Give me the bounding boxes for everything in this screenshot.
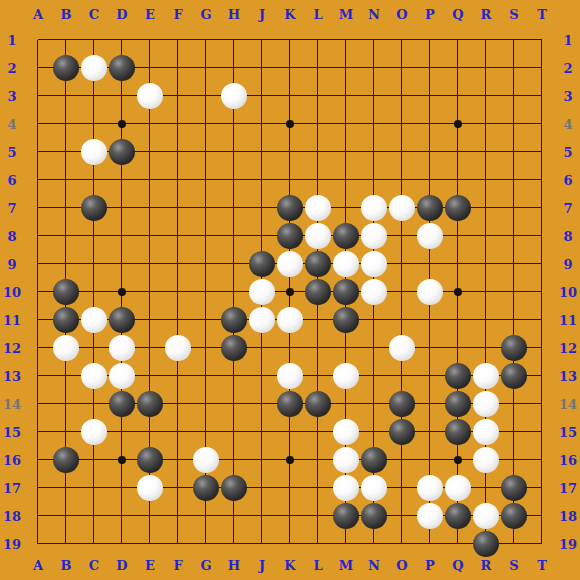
board-cell[interactable] bbox=[472, 306, 500, 334]
board-cell[interactable] bbox=[528, 110, 556, 138]
board-cell[interactable] bbox=[80, 334, 108, 362]
board-cell[interactable] bbox=[52, 390, 80, 418]
board-cell[interactable] bbox=[444, 390, 472, 418]
board-cell[interactable] bbox=[108, 138, 136, 166]
board-cell[interactable] bbox=[108, 250, 136, 278]
board-cell[interactable] bbox=[388, 390, 416, 418]
board-cell[interactable] bbox=[500, 362, 528, 390]
board-cell[interactable] bbox=[276, 26, 304, 54]
board-cell[interactable] bbox=[528, 166, 556, 194]
board-cell[interactable] bbox=[164, 222, 192, 250]
board-cell[interactable] bbox=[472, 222, 500, 250]
board-cell[interactable] bbox=[192, 306, 220, 334]
board-cell[interactable] bbox=[388, 334, 416, 362]
board-cell[interactable] bbox=[192, 54, 220, 82]
board-cell[interactable] bbox=[108, 166, 136, 194]
board-cell[interactable] bbox=[276, 82, 304, 110]
board-cell[interactable] bbox=[444, 446, 472, 474]
board-cell[interactable] bbox=[80, 138, 108, 166]
board-cell[interactable] bbox=[500, 26, 528, 54]
board-cell[interactable] bbox=[164, 474, 192, 502]
board-cell[interactable] bbox=[472, 474, 500, 502]
board-cell[interactable] bbox=[136, 138, 164, 166]
board-cell[interactable] bbox=[108, 362, 136, 390]
board-cell[interactable] bbox=[528, 194, 556, 222]
board-cell[interactable] bbox=[108, 222, 136, 250]
board-cell[interactable] bbox=[304, 194, 332, 222]
board-cell[interactable] bbox=[276, 474, 304, 502]
board-cell[interactable] bbox=[220, 166, 248, 194]
board-cell[interactable] bbox=[472, 530, 500, 558]
board-cell[interactable] bbox=[24, 278, 52, 306]
board-cell[interactable] bbox=[472, 250, 500, 278]
board-cell[interactable] bbox=[220, 306, 248, 334]
board-cell[interactable] bbox=[472, 446, 500, 474]
board-cell[interactable] bbox=[500, 278, 528, 306]
board-cell[interactable] bbox=[248, 250, 276, 278]
board-cell[interactable] bbox=[528, 26, 556, 54]
board-cell[interactable] bbox=[220, 446, 248, 474]
board-cell[interactable] bbox=[192, 166, 220, 194]
board-cell[interactable] bbox=[136, 166, 164, 194]
board-cell[interactable] bbox=[164, 530, 192, 558]
board-cell[interactable] bbox=[164, 166, 192, 194]
board-cell[interactable] bbox=[416, 222, 444, 250]
board-cell[interactable] bbox=[276, 306, 304, 334]
board-cell[interactable] bbox=[52, 418, 80, 446]
board-cell[interactable] bbox=[304, 474, 332, 502]
board-cell[interactable] bbox=[500, 446, 528, 474]
board-cell[interactable] bbox=[360, 418, 388, 446]
board-cell[interactable] bbox=[276, 110, 304, 138]
board-cell[interactable] bbox=[276, 138, 304, 166]
board-cell[interactable] bbox=[52, 362, 80, 390]
board-cell[interactable] bbox=[416, 418, 444, 446]
board-cell[interactable] bbox=[136, 474, 164, 502]
board-cell[interactable] bbox=[192, 334, 220, 362]
board-cell[interactable] bbox=[332, 54, 360, 82]
board-cell[interactable] bbox=[52, 194, 80, 222]
board-cell[interactable] bbox=[444, 138, 472, 166]
board-cell[interactable] bbox=[136, 390, 164, 418]
board-cell[interactable] bbox=[108, 278, 136, 306]
board-cell[interactable] bbox=[416, 334, 444, 362]
board-cell[interactable] bbox=[528, 54, 556, 82]
board-cell[interactable] bbox=[136, 530, 164, 558]
board-cell[interactable] bbox=[276, 390, 304, 418]
board-cell[interactable] bbox=[108, 502, 136, 530]
board-cell[interactable] bbox=[24, 82, 52, 110]
board-cell[interactable] bbox=[24, 138, 52, 166]
board-cell[interactable] bbox=[332, 250, 360, 278]
board-cell[interactable] bbox=[388, 530, 416, 558]
board-cell[interactable] bbox=[360, 306, 388, 334]
board-cell[interactable] bbox=[388, 474, 416, 502]
board-cell[interactable] bbox=[444, 82, 472, 110]
board-cell[interactable] bbox=[164, 418, 192, 446]
board-cell[interactable] bbox=[192, 194, 220, 222]
board-cell[interactable] bbox=[360, 502, 388, 530]
board-cell[interactable] bbox=[360, 530, 388, 558]
board-cell[interactable] bbox=[388, 362, 416, 390]
board-cell[interactable] bbox=[24, 334, 52, 362]
board-cell[interactable] bbox=[528, 278, 556, 306]
board-cell[interactable] bbox=[304, 54, 332, 82]
board-cell[interactable] bbox=[388, 194, 416, 222]
board-cell[interactable] bbox=[444, 418, 472, 446]
board-cell[interactable] bbox=[52, 222, 80, 250]
board-cell[interactable] bbox=[528, 138, 556, 166]
board-cell[interactable] bbox=[248, 278, 276, 306]
board-cell[interactable] bbox=[136, 334, 164, 362]
board-cell[interactable] bbox=[220, 502, 248, 530]
board-cell[interactable] bbox=[24, 26, 52, 54]
board-cell[interactable] bbox=[276, 334, 304, 362]
board-cell[interactable] bbox=[164, 26, 192, 54]
board-cell[interactable] bbox=[528, 306, 556, 334]
board-cell[interactable] bbox=[276, 194, 304, 222]
board-cell[interactable] bbox=[108, 530, 136, 558]
board-cell[interactable] bbox=[192, 530, 220, 558]
board-cell[interactable] bbox=[164, 502, 192, 530]
board-cell[interactable] bbox=[332, 166, 360, 194]
board-cell[interactable] bbox=[416, 446, 444, 474]
board-cell[interactable] bbox=[304, 222, 332, 250]
board-cell[interactable] bbox=[52, 278, 80, 306]
board-cell[interactable] bbox=[24, 166, 52, 194]
board-cell[interactable] bbox=[80, 82, 108, 110]
board-cell[interactable] bbox=[220, 138, 248, 166]
board-cell[interactable] bbox=[332, 362, 360, 390]
board-cell[interactable] bbox=[416, 362, 444, 390]
board-cell[interactable] bbox=[360, 138, 388, 166]
board-cell[interactable] bbox=[304, 362, 332, 390]
board-cell[interactable] bbox=[472, 194, 500, 222]
board-cell[interactable] bbox=[444, 222, 472, 250]
board-cell[interactable] bbox=[164, 82, 192, 110]
board-cell[interactable] bbox=[416, 474, 444, 502]
board-cell[interactable] bbox=[108, 446, 136, 474]
board-cell[interactable] bbox=[276, 54, 304, 82]
board-cell[interactable] bbox=[136, 54, 164, 82]
board-cell[interactable] bbox=[108, 306, 136, 334]
board-cell[interactable] bbox=[248, 390, 276, 418]
board-cell[interactable] bbox=[388, 82, 416, 110]
board-cell[interactable] bbox=[388, 306, 416, 334]
board-cell[interactable] bbox=[24, 54, 52, 82]
board-cell[interactable] bbox=[80, 418, 108, 446]
board-cell[interactable] bbox=[388, 26, 416, 54]
board-cell[interactable] bbox=[416, 26, 444, 54]
board-cell[interactable] bbox=[52, 54, 80, 82]
board-cell[interactable] bbox=[360, 250, 388, 278]
board-cell[interactable] bbox=[52, 502, 80, 530]
board-cell[interactable] bbox=[360, 82, 388, 110]
board-cell[interactable] bbox=[192, 138, 220, 166]
board-cell[interactable] bbox=[528, 362, 556, 390]
board-cell[interactable] bbox=[444, 278, 472, 306]
board-cell[interactable] bbox=[500, 222, 528, 250]
board-cell[interactable] bbox=[136, 502, 164, 530]
board-cell[interactable] bbox=[52, 138, 80, 166]
board-cell[interactable] bbox=[164, 362, 192, 390]
board-cell[interactable] bbox=[24, 418, 52, 446]
board-cell[interactable] bbox=[332, 278, 360, 306]
board-cell[interactable] bbox=[248, 26, 276, 54]
board-cell[interactable] bbox=[500, 194, 528, 222]
board-cell[interactable] bbox=[332, 474, 360, 502]
board-cell[interactable] bbox=[472, 138, 500, 166]
board-cell[interactable] bbox=[220, 474, 248, 502]
board-cell[interactable] bbox=[52, 82, 80, 110]
board-cell[interactable] bbox=[52, 26, 80, 54]
board-cell[interactable] bbox=[24, 222, 52, 250]
board-cell[interactable] bbox=[248, 222, 276, 250]
board-cell[interactable] bbox=[444, 502, 472, 530]
board-cell[interactable] bbox=[472, 362, 500, 390]
board-cell[interactable] bbox=[332, 222, 360, 250]
board-cell[interactable] bbox=[80, 390, 108, 418]
board-cell[interactable] bbox=[500, 306, 528, 334]
board-cell[interactable] bbox=[304, 250, 332, 278]
board-cell[interactable] bbox=[192, 110, 220, 138]
board-cell[interactable] bbox=[136, 82, 164, 110]
board-cell[interactable] bbox=[304, 82, 332, 110]
board-cell[interactable] bbox=[500, 82, 528, 110]
board-cell[interactable] bbox=[332, 194, 360, 222]
board-cell[interactable] bbox=[248, 418, 276, 446]
board-cell[interactable] bbox=[388, 166, 416, 194]
board-cell[interactable] bbox=[52, 166, 80, 194]
board-cell[interactable] bbox=[192, 418, 220, 446]
board-cell[interactable] bbox=[80, 222, 108, 250]
board-cell[interactable] bbox=[472, 334, 500, 362]
board-cell[interactable] bbox=[24, 194, 52, 222]
board-cell[interactable] bbox=[528, 222, 556, 250]
board-cell[interactable] bbox=[332, 502, 360, 530]
board-cell[interactable] bbox=[332, 82, 360, 110]
board-cell[interactable] bbox=[444, 306, 472, 334]
board-cell[interactable] bbox=[192, 278, 220, 306]
board-cell[interactable] bbox=[220, 82, 248, 110]
board-cell[interactable] bbox=[444, 54, 472, 82]
board-cell[interactable] bbox=[500, 418, 528, 446]
board-cell[interactable] bbox=[80, 278, 108, 306]
board-cell[interactable] bbox=[164, 306, 192, 334]
board-cell[interactable] bbox=[52, 474, 80, 502]
board-cell[interactable] bbox=[360, 26, 388, 54]
board-cell[interactable] bbox=[136, 194, 164, 222]
board-cell[interactable] bbox=[276, 362, 304, 390]
board-cell[interactable] bbox=[472, 390, 500, 418]
board-cell[interactable] bbox=[304, 502, 332, 530]
board-cell[interactable] bbox=[220, 222, 248, 250]
board-cell[interactable] bbox=[248, 82, 276, 110]
board-cell[interactable] bbox=[276, 446, 304, 474]
board-cell[interactable] bbox=[304, 446, 332, 474]
board-cell[interactable] bbox=[136, 250, 164, 278]
board-cell[interactable] bbox=[416, 54, 444, 82]
board-cell[interactable] bbox=[500, 502, 528, 530]
board-cell[interactable] bbox=[24, 530, 52, 558]
board-cell[interactable] bbox=[528, 446, 556, 474]
board-cell[interactable] bbox=[24, 390, 52, 418]
board-cell[interactable] bbox=[276, 502, 304, 530]
board-cell[interactable] bbox=[276, 530, 304, 558]
board-cell[interactable] bbox=[24, 446, 52, 474]
board-cell[interactable] bbox=[500, 110, 528, 138]
board-cell[interactable] bbox=[248, 362, 276, 390]
board-cell[interactable] bbox=[332, 530, 360, 558]
board-cell[interactable] bbox=[220, 362, 248, 390]
board-cell[interactable] bbox=[108, 390, 136, 418]
board-cell[interactable] bbox=[332, 306, 360, 334]
board-cell[interactable] bbox=[332, 390, 360, 418]
board-cell[interactable] bbox=[192, 502, 220, 530]
board-cell[interactable] bbox=[248, 166, 276, 194]
board-cell[interactable] bbox=[388, 110, 416, 138]
board-cell[interactable] bbox=[360, 278, 388, 306]
board-cell[interactable] bbox=[80, 110, 108, 138]
board-cell[interactable] bbox=[388, 446, 416, 474]
board-cell[interactable] bbox=[528, 530, 556, 558]
board-cell[interactable] bbox=[192, 250, 220, 278]
board-cell[interactable] bbox=[248, 110, 276, 138]
board-cell[interactable] bbox=[360, 194, 388, 222]
board-cell[interactable] bbox=[304, 530, 332, 558]
board-cell[interactable] bbox=[416, 390, 444, 418]
board-cell[interactable] bbox=[472, 502, 500, 530]
board-cell[interactable] bbox=[108, 474, 136, 502]
board-cell[interactable] bbox=[444, 530, 472, 558]
board-cell[interactable] bbox=[52, 306, 80, 334]
board-cell[interactable] bbox=[80, 194, 108, 222]
board-cell[interactable] bbox=[220, 26, 248, 54]
board-cell[interactable] bbox=[304, 390, 332, 418]
board-cell[interactable] bbox=[108, 54, 136, 82]
board-cell[interactable] bbox=[500, 54, 528, 82]
board-cell[interactable] bbox=[388, 54, 416, 82]
board-cell[interactable] bbox=[416, 306, 444, 334]
board-cell[interactable] bbox=[220, 110, 248, 138]
board-cell[interactable] bbox=[192, 362, 220, 390]
board-cell[interactable] bbox=[24, 110, 52, 138]
board-cell[interactable] bbox=[80, 306, 108, 334]
board-cell[interactable] bbox=[248, 194, 276, 222]
board-cell[interactable] bbox=[528, 502, 556, 530]
board-cell[interactable] bbox=[304, 306, 332, 334]
board-cell[interactable] bbox=[136, 418, 164, 446]
board-cell[interactable] bbox=[164, 110, 192, 138]
board-cell[interactable] bbox=[52, 446, 80, 474]
board-cell[interactable] bbox=[24, 474, 52, 502]
board-cell[interactable] bbox=[80, 502, 108, 530]
board-cell[interactable] bbox=[164, 278, 192, 306]
board-cell[interactable] bbox=[52, 334, 80, 362]
board-cell[interactable] bbox=[388, 278, 416, 306]
board-cell[interactable] bbox=[164, 446, 192, 474]
board-cell[interactable] bbox=[192, 82, 220, 110]
board-cell[interactable] bbox=[304, 138, 332, 166]
board-cell[interactable] bbox=[164, 54, 192, 82]
board-cell[interactable] bbox=[472, 82, 500, 110]
board-cell[interactable] bbox=[248, 306, 276, 334]
board-cell[interactable] bbox=[528, 474, 556, 502]
board-cell[interactable] bbox=[360, 110, 388, 138]
board-cell[interactable] bbox=[416, 502, 444, 530]
board-cell[interactable] bbox=[220, 194, 248, 222]
board-cell[interactable] bbox=[248, 446, 276, 474]
board-cell[interactable] bbox=[108, 26, 136, 54]
board-cell[interactable] bbox=[444, 334, 472, 362]
board-cell[interactable] bbox=[192, 26, 220, 54]
board-cell[interactable] bbox=[388, 138, 416, 166]
board-cell[interactable] bbox=[24, 306, 52, 334]
board-cell[interactable] bbox=[500, 530, 528, 558]
board-cell[interactable] bbox=[304, 334, 332, 362]
board-cell[interactable] bbox=[164, 138, 192, 166]
board-cell[interactable] bbox=[500, 250, 528, 278]
board-cell[interactable] bbox=[80, 362, 108, 390]
board-cell[interactable] bbox=[528, 334, 556, 362]
board-cell[interactable] bbox=[360, 54, 388, 82]
board-cell[interactable] bbox=[248, 530, 276, 558]
board-cell[interactable] bbox=[276, 418, 304, 446]
board-cell[interactable] bbox=[220, 278, 248, 306]
board-cell[interactable] bbox=[332, 110, 360, 138]
board-cell[interactable] bbox=[416, 194, 444, 222]
board-cell[interactable] bbox=[220, 250, 248, 278]
board-cell[interactable] bbox=[444, 250, 472, 278]
board-cell[interactable] bbox=[164, 334, 192, 362]
board-cell[interactable] bbox=[248, 474, 276, 502]
board-cell[interactable] bbox=[136, 110, 164, 138]
board-cell[interactable] bbox=[416, 138, 444, 166]
board-cell[interactable] bbox=[304, 278, 332, 306]
board-cell[interactable] bbox=[276, 278, 304, 306]
board-cell[interactable] bbox=[24, 250, 52, 278]
board-cell[interactable] bbox=[416, 110, 444, 138]
board-cell[interactable] bbox=[304, 26, 332, 54]
board-cell[interactable] bbox=[52, 250, 80, 278]
board-cell[interactable] bbox=[248, 54, 276, 82]
board-cell[interactable] bbox=[360, 390, 388, 418]
board-cell[interactable] bbox=[416, 166, 444, 194]
board-cell[interactable] bbox=[360, 166, 388, 194]
board-cell[interactable] bbox=[164, 390, 192, 418]
board-cell[interactable] bbox=[360, 474, 388, 502]
board-cell[interactable] bbox=[220, 54, 248, 82]
board-cell[interactable] bbox=[332, 26, 360, 54]
board-cell[interactable] bbox=[528, 418, 556, 446]
board-cell[interactable] bbox=[136, 446, 164, 474]
board-cell[interactable] bbox=[304, 166, 332, 194]
board-cell[interactable] bbox=[332, 446, 360, 474]
board-cell[interactable] bbox=[500, 166, 528, 194]
board-cell[interactable] bbox=[472, 26, 500, 54]
board-cell[interactable] bbox=[164, 250, 192, 278]
board-cell[interactable] bbox=[500, 138, 528, 166]
board-cell[interactable] bbox=[80, 446, 108, 474]
board-cell[interactable] bbox=[360, 334, 388, 362]
board-cell[interactable] bbox=[108, 110, 136, 138]
board-cell[interactable] bbox=[80, 530, 108, 558]
board-cell[interactable] bbox=[388, 418, 416, 446]
board-cell[interactable] bbox=[416, 250, 444, 278]
board-cell[interactable] bbox=[24, 362, 52, 390]
board-cell[interactable] bbox=[500, 334, 528, 362]
board-cell[interactable] bbox=[444, 166, 472, 194]
